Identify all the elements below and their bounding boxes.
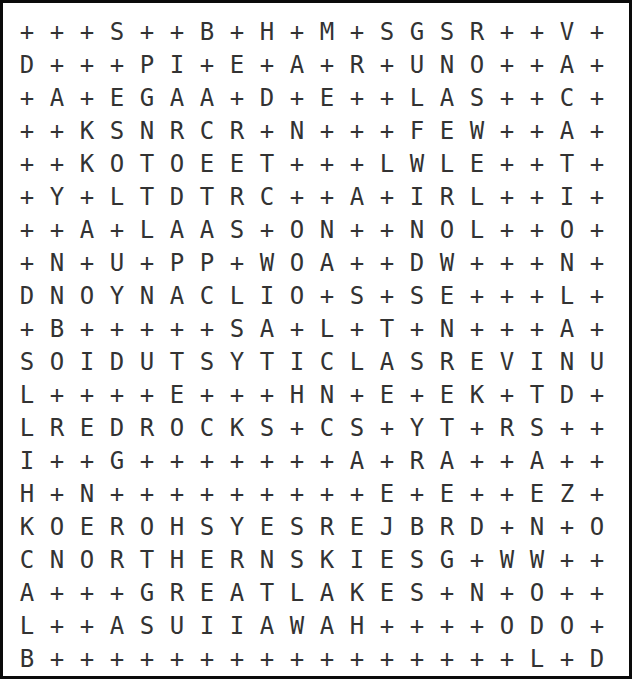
grid-cell[interactable]: M [312,15,342,48]
grid-cell[interactable]: D [552,378,582,411]
grid-cell[interactable]: E [72,411,102,444]
grid-cell[interactable]: + [582,378,612,411]
grid-cell[interactable]: C [552,81,582,114]
grid-cell[interactable]: A [102,609,132,642]
grid-cell[interactable]: + [432,609,462,642]
grid-cell[interactable]: + [42,114,72,147]
grid-cell[interactable]: R [492,411,522,444]
grid-cell[interactable]: B [192,15,222,48]
grid-cell[interactable]: + [582,114,612,147]
grid-cell[interactable]: Y [42,180,72,213]
grid-cell[interactable]: + [252,477,282,510]
grid-cell[interactable]: N [552,246,582,279]
grid-cell[interactable]: + [522,213,552,246]
grid-cell[interactable]: I [342,543,372,576]
grid-cell[interactable]: + [12,147,42,180]
grid-cell[interactable]: + [252,642,282,675]
grid-cell[interactable]: + [222,15,252,48]
grid-cell[interactable]: A [372,345,402,378]
grid-cell[interactable]: O [522,576,552,609]
grid-cell[interactable]: + [372,114,402,147]
grid-cell[interactable]: A [312,246,342,279]
grid-cell[interactable]: + [72,246,102,279]
grid-cell[interactable]: T [132,147,162,180]
grid-cell[interactable]: + [372,279,402,312]
grid-cell[interactable]: R [132,411,162,444]
grid-cell[interactable]: + [492,279,522,312]
grid-cell[interactable]: E [462,147,492,180]
grid-cell[interactable]: E [462,345,492,378]
grid-cell[interactable]: + [522,147,552,180]
grid-cell[interactable]: + [312,444,342,477]
grid-cell[interactable]: C [312,411,342,444]
grid-cell[interactable]: + [372,180,402,213]
grid-cell[interactable]: A [552,48,582,81]
grid-cell[interactable]: D [102,345,132,378]
grid-cell[interactable]: E [372,477,402,510]
grid-cell[interactable]: + [42,213,72,246]
grid-cell[interactable]: + [282,147,312,180]
grid-cell[interactable]: + [282,477,312,510]
grid-cell[interactable]: + [42,444,72,477]
grid-cell[interactable]: + [582,576,612,609]
grid-cell[interactable]: P [192,246,222,279]
grid-cell[interactable]: N [312,213,342,246]
grid-cell[interactable]: + [102,213,132,246]
grid-cell[interactable]: + [492,477,522,510]
grid-cell[interactable]: R [102,543,132,576]
grid-cell[interactable]: S [402,279,432,312]
grid-cell[interactable]: L [522,642,552,675]
grid-cell[interactable]: Y [222,345,252,378]
grid-cell[interactable]: L [102,180,132,213]
grid-cell[interactable]: + [402,642,432,675]
grid-cell[interactable]: + [192,312,222,345]
grid-cell[interactable]: O [162,147,192,180]
grid-cell[interactable]: + [312,180,342,213]
grid-cell[interactable]: + [162,444,192,477]
grid-cell[interactable]: W [522,543,552,576]
grid-cell[interactable]: T [252,147,282,180]
grid-cell[interactable]: + [222,246,252,279]
grid-cell[interactable]: + [432,642,462,675]
grid-cell[interactable]: S [102,15,132,48]
grid-cell[interactable]: + [492,576,522,609]
grid-cell[interactable]: A [162,213,192,246]
grid-cell[interactable]: E [72,510,102,543]
grid-cell[interactable]: C [192,411,222,444]
grid-cell[interactable]: + [162,477,192,510]
grid-cell[interactable]: R [222,114,252,147]
grid-cell[interactable]: + [42,378,72,411]
grid-cell[interactable]: I [72,345,102,378]
grid-cell[interactable]: + [552,576,582,609]
grid-cell[interactable]: E [222,147,252,180]
grid-cell[interactable]: + [252,213,282,246]
grid-cell[interactable]: + [462,477,492,510]
grid-cell[interactable]: O [42,510,72,543]
grid-cell[interactable]: O [552,609,582,642]
grid-cell[interactable]: + [312,642,342,675]
grid-cell[interactable]: K [12,510,42,543]
grid-cell[interactable]: O [582,510,612,543]
grid-cell[interactable]: + [282,81,312,114]
grid-cell[interactable]: + [192,642,222,675]
grid-cell[interactable]: + [42,609,72,642]
grid-cell[interactable]: N [432,312,462,345]
grid-cell[interactable]: H [12,477,42,510]
grid-cell[interactable]: L [12,609,42,642]
grid-cell[interactable]: E [102,81,132,114]
grid-cell[interactable]: + [12,246,42,279]
grid-cell[interactable]: + [42,147,72,180]
grid-cell[interactable]: S [402,576,432,609]
grid-cell[interactable]: + [12,81,42,114]
grid-cell[interactable]: + [462,609,492,642]
grid-cell[interactable]: N [552,345,582,378]
grid-cell[interactable]: W [462,114,492,147]
grid-cell[interactable]: E [432,114,462,147]
grid-cell[interactable]: G [132,576,162,609]
grid-cell[interactable]: + [462,312,492,345]
grid-cell[interactable]: O [102,147,132,180]
grid-cell[interactable]: + [582,477,612,510]
grid-cell[interactable]: + [42,576,72,609]
grid-cell[interactable]: R [162,114,192,147]
grid-cell[interactable]: O [72,543,102,576]
grid-cell[interactable]: S [192,345,222,378]
grid-cell[interactable]: + [72,378,102,411]
grid-cell[interactable]: Y [102,279,132,312]
grid-cell[interactable]: + [522,81,552,114]
grid-cell[interactable]: N [312,378,342,411]
grid-cell[interactable]: + [72,642,102,675]
grid-cell[interactable]: + [312,48,342,81]
grid-cell[interactable]: R [462,15,492,48]
grid-cell[interactable]: + [162,15,192,48]
grid-cell[interactable]: + [342,477,372,510]
grid-cell[interactable]: O [432,213,462,246]
grid-cell[interactable]: + [132,15,162,48]
grid-cell[interactable]: N [432,48,462,81]
grid-cell[interactable]: + [72,180,102,213]
grid-cell[interactable]: T [192,180,222,213]
grid-cell[interactable]: I [402,180,432,213]
grid-cell[interactable]: S [12,345,42,378]
grid-cell[interactable]: H [282,378,312,411]
grid-cell[interactable]: N [402,213,432,246]
grid-cell[interactable]: T [132,180,162,213]
grid-cell[interactable]: + [522,114,552,147]
grid-cell[interactable]: + [522,246,552,279]
grid-cell[interactable]: + [102,48,132,81]
grid-cell[interactable]: D [402,246,432,279]
grid-cell[interactable]: H [342,609,372,642]
grid-cell[interactable]: E [342,510,372,543]
grid-cell[interactable]: + [552,510,582,543]
grid-cell[interactable]: A [252,609,282,642]
grid-cell[interactable]: E [312,81,342,114]
grid-cell[interactable]: S [252,411,282,444]
grid-cell[interactable]: I [282,345,312,378]
grid-cell[interactable]: K [72,114,102,147]
grid-cell[interactable]: + [132,312,162,345]
grid-cell[interactable]: + [492,642,522,675]
grid-cell[interactable]: + [162,312,192,345]
grid-cell[interactable]: K [342,576,372,609]
grid-cell[interactable]: L [402,81,432,114]
grid-cell[interactable]: + [402,312,432,345]
grid-cell[interactable]: O [282,279,312,312]
grid-cell[interactable]: + [12,180,42,213]
grid-cell[interactable]: + [222,642,252,675]
grid-cell[interactable]: + [12,15,42,48]
grid-cell[interactable]: + [522,180,552,213]
grid-cell[interactable]: B [402,510,432,543]
grid-cell[interactable]: D [12,48,42,81]
grid-cell[interactable]: + [42,15,72,48]
grid-cell[interactable]: A [432,81,462,114]
grid-cell[interactable]: + [372,81,402,114]
grid-cell[interactable]: S [432,15,462,48]
grid-cell[interactable]: A [192,81,222,114]
grid-cell[interactable]: S [132,609,162,642]
grid-cell[interactable]: T [252,345,282,378]
grid-cell[interactable]: W [432,246,462,279]
grid-cell[interactable]: + [462,411,492,444]
grid-cell[interactable]: S [282,510,312,543]
grid-cell[interactable]: + [372,411,402,444]
grid-cell[interactable]: I [162,48,192,81]
grid-cell[interactable]: D [462,510,492,543]
grid-cell[interactable]: L [132,213,162,246]
grid-cell[interactable]: + [42,642,72,675]
grid-cell[interactable]: + [462,444,492,477]
grid-cell[interactable]: + [282,444,312,477]
grid-cell[interactable]: A [312,576,342,609]
grid-cell[interactable]: S [462,81,492,114]
grid-cell[interactable]: S [222,213,252,246]
grid-cell[interactable]: O [72,279,102,312]
grid-cell[interactable]: E [192,147,222,180]
grid-cell[interactable]: S [102,114,132,147]
grid-cell[interactable]: R [222,543,252,576]
grid-cell[interactable]: L [282,576,312,609]
grid-cell[interactable]: S [222,312,252,345]
grid-cell[interactable]: D [162,180,192,213]
grid-cell[interactable]: + [492,510,522,543]
grid-cell[interactable]: + [252,48,282,81]
grid-cell[interactable]: + [582,246,612,279]
grid-cell[interactable]: R [432,180,462,213]
grid-cell[interactable]: C [312,345,342,378]
grid-cell[interactable]: E [522,477,552,510]
grid-cell[interactable]: + [102,378,132,411]
grid-cell[interactable]: N [42,543,72,576]
grid-cell[interactable]: T [252,576,282,609]
grid-cell[interactable]: R [402,444,432,477]
grid-cell[interactable]: S [342,279,372,312]
grid-cell[interactable]: U [162,609,192,642]
grid-cell[interactable]: A [192,213,222,246]
grid-cell[interactable]: R [42,411,72,444]
grid-cell[interactable]: T [372,312,402,345]
grid-cell[interactable]: D [12,279,42,312]
grid-cell[interactable]: D [582,642,612,675]
grid-cell[interactable]: A [342,180,372,213]
grid-cell[interactable]: R [432,345,462,378]
grid-cell[interactable]: E [432,378,462,411]
grid-cell[interactable]: + [132,246,162,279]
grid-cell[interactable]: + [12,312,42,345]
grid-cell[interactable]: W [282,609,312,642]
grid-cell[interactable]: R [432,510,462,543]
grid-cell[interactable]: + [492,213,522,246]
grid-cell[interactable]: + [192,477,222,510]
grid-cell[interactable]: + [72,48,102,81]
grid-cell[interactable]: K [72,147,102,180]
grid-cell[interactable]: I [12,444,42,477]
grid-cell[interactable]: + [102,642,132,675]
grid-cell[interactable]: + [402,609,432,642]
grid-cell[interactable]: + [42,48,72,81]
grid-cell[interactable]: + [342,246,372,279]
grid-cell[interactable]: C [12,543,42,576]
grid-cell[interactable]: + [462,279,492,312]
grid-cell[interactable]: + [132,444,162,477]
grid-cell[interactable]: R [342,48,372,81]
grid-cell[interactable]: U [102,246,132,279]
grid-cell[interactable]: + [312,279,342,312]
grid-cell[interactable]: N [132,114,162,147]
grid-cell[interactable]: R [312,510,342,543]
grid-cell[interactable]: S [342,411,372,444]
grid-cell[interactable]: E [432,279,462,312]
grid-cell[interactable]: S [402,345,432,378]
grid-cell[interactable]: T [522,378,552,411]
grid-cell[interactable]: L [222,279,252,312]
grid-cell[interactable]: + [222,444,252,477]
grid-cell[interactable]: + [492,48,522,81]
grid-cell[interactable]: T [162,345,192,378]
grid-cell[interactable]: L [312,312,342,345]
grid-cell[interactable]: O [132,510,162,543]
grid-cell[interactable]: + [582,48,612,81]
grid-cell[interactable]: L [372,147,402,180]
grid-cell[interactable]: Y [402,411,432,444]
grid-cell[interactable]: E [252,510,282,543]
grid-cell[interactable]: + [372,246,402,279]
grid-cell[interactable]: L [12,378,42,411]
grid-cell[interactable]: + [522,48,552,81]
grid-cell[interactable]: S [192,510,222,543]
grid-cell[interactable]: G [132,81,162,114]
grid-cell[interactable]: + [582,213,612,246]
grid-cell[interactable]: P [132,48,162,81]
grid-cell[interactable]: P [162,246,192,279]
grid-cell[interactable]: R [162,576,192,609]
grid-cell[interactable]: + [432,576,462,609]
grid-cell[interactable]: + [492,15,522,48]
grid-cell[interactable]: T [552,147,582,180]
grid-cell[interactable]: F [402,114,432,147]
grid-cell[interactable]: E [372,378,402,411]
grid-cell[interactable]: + [282,312,312,345]
grid-cell[interactable]: Y [222,510,252,543]
grid-cell[interactable]: A [12,576,42,609]
grid-cell[interactable]: + [492,312,522,345]
grid-cell[interactable]: N [132,279,162,312]
grid-cell[interactable]: + [582,444,612,477]
grid-cell[interactable]: K [462,378,492,411]
grid-cell[interactable]: O [552,213,582,246]
grid-cell[interactable]: + [372,444,402,477]
grid-cell[interactable]: + [102,576,132,609]
grid-cell[interactable]: + [492,246,522,279]
grid-cell[interactable]: N [42,279,72,312]
grid-cell[interactable]: + [312,114,342,147]
grid-cell[interactable]: + [552,444,582,477]
grid-cell[interactable]: + [552,411,582,444]
grid-cell[interactable]: K [222,411,252,444]
grid-cell[interactable]: D [102,411,132,444]
grid-cell[interactable]: E [162,378,192,411]
grid-cell[interactable]: + [582,312,612,345]
grid-cell[interactable]: I [252,279,282,312]
grid-cell[interactable]: + [492,81,522,114]
grid-cell[interactable]: + [582,180,612,213]
grid-cell[interactable]: S [522,411,552,444]
grid-cell[interactable]: B [42,312,72,345]
grid-cell[interactable]: B [12,642,42,675]
grid-cell[interactable]: A [222,576,252,609]
grid-cell[interactable]: + [42,477,72,510]
grid-cell[interactable]: V [492,345,522,378]
grid-cell[interactable]: I [552,180,582,213]
grid-cell[interactable]: V [552,15,582,48]
grid-cell[interactable]: + [192,48,222,81]
grid-cell[interactable]: U [582,345,612,378]
grid-cell[interactable]: A [552,312,582,345]
grid-cell[interactable]: + [522,312,552,345]
grid-cell[interactable]: + [102,312,132,345]
grid-cell[interactable]: C [192,279,222,312]
grid-cell[interactable]: + [492,378,522,411]
grid-cell[interactable]: O [162,411,192,444]
grid-cell[interactable]: S [402,543,432,576]
grid-cell[interactable]: A [42,81,72,114]
grid-cell[interactable]: S [282,543,312,576]
grid-cell[interactable]: + [72,576,102,609]
grid-cell[interactable]: + [222,477,252,510]
grid-cell[interactable]: + [132,378,162,411]
grid-cell[interactable]: R [102,510,132,543]
grid-cell[interactable]: R [222,180,252,213]
grid-cell[interactable]: + [222,378,252,411]
grid-cell[interactable]: T [432,411,462,444]
grid-cell[interactable]: + [342,312,372,345]
grid-cell[interactable]: + [342,147,372,180]
grid-cell[interactable]: + [342,114,372,147]
grid-cell[interactable]: + [12,213,42,246]
grid-cell[interactable]: L [432,147,462,180]
grid-cell[interactable]: G [432,543,462,576]
grid-cell[interactable]: O [492,609,522,642]
grid-cell[interactable]: A [432,444,462,477]
grid-cell[interactable]: A [282,48,312,81]
grid-cell[interactable]: S [372,15,402,48]
grid-cell[interactable]: L [462,180,492,213]
